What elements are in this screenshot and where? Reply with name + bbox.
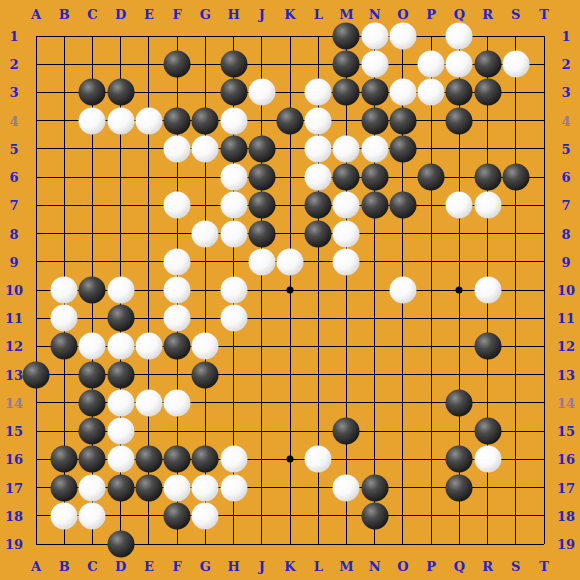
black-stone[interactable] (305, 192, 332, 219)
black-stone[interactable] (446, 446, 473, 473)
coord-label: G (200, 560, 211, 573)
white-stone[interactable] (389, 79, 416, 106)
white-stone[interactable] (220, 474, 247, 501)
coord-label: Q (454, 8, 465, 21)
black-stone[interactable] (333, 51, 360, 78)
coord-label: P (426, 8, 436, 21)
coord-label: 19 (557, 538, 575, 551)
coord-label: 9 (9, 255, 18, 268)
coord-label: 4 (561, 114, 570, 127)
coord-label: 13 (5, 368, 23, 381)
white-stone[interactable] (192, 135, 219, 162)
black-stone[interactable] (389, 135, 416, 162)
white-stone[interactable] (164, 192, 191, 219)
black-stone[interactable] (446, 474, 473, 501)
coord-label: N (369, 8, 381, 21)
coord-label: R (482, 8, 493, 21)
white-stone[interactable] (164, 248, 191, 275)
black-stone[interactable] (474, 51, 501, 78)
coord-label: 18 (5, 509, 23, 522)
coord-label: S (511, 8, 520, 21)
white-stone[interactable] (361, 51, 388, 78)
grid-line (544, 36, 545, 544)
black-stone[interactable] (164, 333, 191, 360)
white-stone[interactable] (277, 248, 304, 275)
coord-label: G (200, 8, 211, 21)
coord-label: M (339, 560, 353, 573)
coord-label: 1 (561, 30, 570, 43)
coord-label: 15 (5, 425, 23, 438)
white-stone[interactable] (333, 220, 360, 247)
white-stone[interactable] (192, 333, 219, 360)
black-stone[interactable] (192, 361, 219, 388)
white-stone[interactable] (220, 164, 247, 191)
white-stone[interactable] (502, 51, 529, 78)
white-stone[interactable] (361, 135, 388, 162)
black-stone[interactable] (192, 446, 219, 473)
black-stone[interactable] (248, 164, 275, 191)
coord-label: L (314, 8, 323, 21)
white-stone[interactable] (220, 277, 247, 304)
coord-label: E (144, 8, 154, 21)
white-stone[interactable] (305, 135, 332, 162)
coord-label: 6 (561, 171, 570, 184)
white-stone[interactable] (474, 446, 501, 473)
black-stone[interactable] (446, 79, 473, 106)
coord-label: 5 (9, 142, 18, 155)
black-stone[interactable] (418, 164, 445, 191)
black-stone[interactable] (220, 135, 247, 162)
coord-label: 10 (557, 284, 575, 297)
coord-label: 17 (5, 481, 23, 494)
black-stone[interactable] (277, 107, 304, 134)
black-stone[interactable] (107, 361, 134, 388)
coord-label: 1 (9, 30, 18, 43)
coord-label: T (539, 8, 549, 21)
black-stone[interactable] (361, 164, 388, 191)
white-stone[interactable] (164, 277, 191, 304)
white-stone[interactable] (305, 79, 332, 106)
coord-label: H (227, 560, 239, 573)
star-point (287, 287, 294, 294)
white-stone[interactable] (220, 192, 247, 219)
coord-label: D (115, 560, 126, 573)
black-stone[interactable] (248, 135, 275, 162)
coord-label: O (397, 8, 408, 21)
black-stone[interactable] (389, 192, 416, 219)
black-stone[interactable] (107, 305, 134, 332)
white-stone[interactable] (135, 389, 162, 416)
coord-label: 2 (561, 58, 570, 71)
coord-label: A (31, 560, 41, 573)
black-stone[interactable] (79, 361, 106, 388)
coord-label: H (227, 8, 239, 21)
black-stone[interactable] (502, 164, 529, 191)
white-stone[interactable] (418, 51, 445, 78)
coord-label: E (144, 560, 154, 573)
coord-label: 8 (561, 227, 570, 240)
black-stone[interactable] (361, 107, 388, 134)
white-stone[interactable] (107, 389, 134, 416)
white-stone[interactable] (51, 277, 78, 304)
white-stone[interactable] (51, 305, 78, 332)
coord-label: 3 (9, 86, 18, 99)
white-stone[interactable] (192, 502, 219, 529)
white-stone[interactable] (107, 277, 134, 304)
coord-label: T (539, 560, 549, 573)
black-stone[interactable] (333, 418, 360, 445)
white-stone[interactable] (220, 446, 247, 473)
white-stone[interactable] (333, 192, 360, 219)
coord-label: L (314, 560, 323, 573)
white-stone[interactable] (389, 277, 416, 304)
white-stone[interactable] (220, 220, 247, 247)
white-stone[interactable] (446, 192, 473, 219)
coord-label: A (31, 8, 41, 21)
white-stone[interactable] (135, 107, 162, 134)
go-board[interactable]: ABCDEFGHJKLMNOPQRST ABCDEFGHJKLMNOPQRST … (0, 0, 580, 580)
coord-label: 11 (5, 312, 23, 325)
grid-line (36, 515, 544, 516)
coord-label: K (284, 8, 295, 21)
white-stone[interactable] (361, 23, 388, 50)
white-stone[interactable] (51, 502, 78, 529)
white-stone[interactable] (107, 418, 134, 445)
white-stone[interactable] (305, 107, 332, 134)
black-stone[interactable] (333, 79, 360, 106)
coord-label: D (115, 8, 126, 21)
black-stone[interactable] (220, 79, 247, 106)
white-stone[interactable] (446, 51, 473, 78)
black-stone[interactable] (446, 389, 473, 416)
coord-label: 2 (9, 58, 18, 71)
coord-label: 16 (5, 453, 23, 466)
black-stone[interactable] (248, 220, 275, 247)
black-stone[interactable] (164, 446, 191, 473)
black-stone[interactable] (51, 446, 78, 473)
coord-label: J (259, 8, 265, 21)
white-stone[interactable] (248, 79, 275, 106)
coord-label: P (426, 560, 436, 573)
black-stone[interactable] (135, 446, 162, 473)
coord-label: B (59, 8, 70, 21)
white-stone[interactable] (79, 107, 106, 134)
white-stone[interactable] (474, 277, 501, 304)
star-point (456, 287, 463, 294)
coord-label: S (511, 560, 520, 573)
black-stone[interactable] (164, 51, 191, 78)
white-stone[interactable] (333, 248, 360, 275)
black-stone[interactable] (361, 79, 388, 106)
white-stone[interactable] (220, 107, 247, 134)
white-stone[interactable] (164, 305, 191, 332)
coord-label: B (59, 560, 70, 573)
coord-label: 18 (557, 509, 575, 522)
coord-label: 3 (561, 86, 570, 99)
black-stone[interactable] (107, 474, 134, 501)
black-stone[interactable] (305, 220, 332, 247)
coord-label: Q (454, 560, 465, 573)
coord-label: 10 (5, 284, 23, 297)
star-point (287, 456, 294, 463)
coord-label: 19 (5, 538, 23, 551)
white-stone[interactable] (333, 135, 360, 162)
black-stone[interactable] (361, 474, 388, 501)
white-stone[interactable] (418, 79, 445, 106)
black-stone[interactable] (333, 164, 360, 191)
white-stone[interactable] (305, 164, 332, 191)
coord-label: 8 (9, 227, 18, 240)
white-stone[interactable] (164, 389, 191, 416)
black-stone[interactable] (192, 107, 219, 134)
black-stone[interactable] (248, 192, 275, 219)
white-stone[interactable] (79, 474, 106, 501)
white-stone[interactable] (107, 107, 134, 134)
black-stone[interactable] (361, 502, 388, 529)
black-stone[interactable] (51, 333, 78, 360)
coord-label: 9 (561, 255, 570, 268)
black-stone[interactable] (23, 361, 50, 388)
white-stone[interactable] (164, 135, 191, 162)
white-stone[interactable] (305, 446, 332, 473)
coord-label: 7 (9, 199, 18, 212)
coord-label: N (369, 560, 381, 573)
black-stone[interactable] (79, 79, 106, 106)
white-stone[interactable] (446, 23, 473, 50)
white-stone[interactable] (248, 248, 275, 275)
black-stone[interactable] (361, 192, 388, 219)
black-stone[interactable] (389, 107, 416, 134)
black-stone[interactable] (220, 51, 247, 78)
coord-label: M (339, 8, 353, 21)
white-stone[interactable] (79, 502, 106, 529)
white-stone[interactable] (192, 220, 219, 247)
coord-label: C (87, 8, 97, 21)
black-stone[interactable] (51, 474, 78, 501)
black-stone[interactable] (333, 23, 360, 50)
white-stone[interactable] (220, 305, 247, 332)
coord-label: 12 (557, 340, 575, 353)
coord-label: 6 (9, 171, 18, 184)
coord-label: F (172, 8, 181, 21)
coord-label: K (284, 560, 295, 573)
black-stone[interactable] (474, 418, 501, 445)
black-stone[interactable] (135, 474, 162, 501)
white-stone[interactable] (79, 333, 106, 360)
coord-label: 12 (5, 340, 23, 353)
white-stone[interactable] (333, 474, 360, 501)
grid-line (346, 36, 347, 544)
black-stone[interactable] (107, 531, 134, 558)
coord-label: 11 (557, 312, 575, 325)
black-stone[interactable] (164, 502, 191, 529)
white-stone[interactable] (107, 446, 134, 473)
black-stone[interactable] (79, 418, 106, 445)
coord-label: R (482, 560, 493, 573)
grid-line (431, 36, 432, 544)
coord-label: 17 (557, 481, 575, 494)
coord-label: O (397, 560, 408, 573)
grid-line (515, 36, 516, 544)
coord-label: 5 (561, 142, 570, 155)
coord-label: 15 (557, 425, 575, 438)
white-stone[interactable] (135, 333, 162, 360)
white-stone[interactable] (474, 192, 501, 219)
black-stone[interactable] (79, 277, 106, 304)
black-stone[interactable] (446, 107, 473, 134)
white-stone[interactable] (107, 333, 134, 360)
coord-label: C (87, 560, 97, 573)
black-stone[interactable] (474, 164, 501, 191)
white-stone[interactable] (192, 474, 219, 501)
black-stone[interactable] (107, 79, 134, 106)
white-stone[interactable] (389, 23, 416, 50)
coord-label: F (172, 560, 181, 573)
black-stone[interactable] (79, 389, 106, 416)
black-stone[interactable] (164, 107, 191, 134)
coord-label: 7 (561, 199, 570, 212)
coord-label: 13 (557, 368, 575, 381)
black-stone[interactable] (474, 333, 501, 360)
black-stone[interactable] (474, 79, 501, 106)
coord-label: 4 (9, 114, 18, 127)
coord-label: 14 (5, 396, 23, 409)
coord-label: 14 (557, 396, 575, 409)
black-stone[interactable] (79, 446, 106, 473)
white-stone[interactable] (164, 474, 191, 501)
coord-label: 16 (557, 453, 575, 466)
coord-label: J (259, 560, 265, 573)
